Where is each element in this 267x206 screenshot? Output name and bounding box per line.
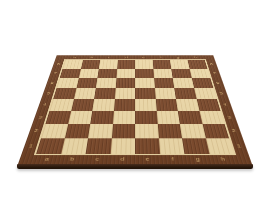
chess-board: aabbccddeeffgghh1122334455667788 [18,55,252,164]
square-h2[interactable] [202,124,229,138]
square-h8[interactable] [187,60,207,69]
file-label-bottom-e: e [135,155,160,163]
square-d1[interactable] [110,138,135,154]
square-h3[interactable] [199,111,224,124]
square-b6[interactable] [76,78,97,88]
file-label-bottom-d: d [110,155,135,163]
square-d4[interactable] [114,99,135,111]
square-e6[interactable] [135,78,155,88]
square-a7[interactable] [60,69,81,78]
square-d3[interactable] [113,111,135,124]
file-label-bottom-a: a [33,155,60,163]
square-f8[interactable] [152,60,171,69]
square-c7[interactable] [97,69,117,78]
square-c3[interactable] [90,111,113,124]
square-b4[interactable] [71,99,94,111]
square-e2[interactable] [135,124,158,138]
square-b1[interactable] [61,138,88,154]
square-c4[interactable] [92,99,114,111]
board-field [36,60,234,154]
square-f3[interactable] [156,111,179,124]
square-e5[interactable] [135,88,155,99]
square-a6[interactable] [57,78,79,88]
square-b8[interactable] [81,60,100,69]
square-h4[interactable] [196,99,220,111]
square-a3[interactable] [45,111,70,124]
square-h7[interactable] [189,69,210,78]
square-f6[interactable] [154,78,174,88]
square-b7[interactable] [79,69,99,78]
square-f2[interactable] [157,124,182,138]
square-g8[interactable] [170,60,189,69]
square-e3[interactable] [135,111,157,124]
square-d2[interactable] [112,124,135,138]
square-f7[interactable] [153,69,173,78]
board-edge [17,164,253,169]
square-b5[interactable] [74,88,96,99]
square-d7[interactable] [116,69,135,78]
square-d5[interactable] [115,88,135,99]
square-f5[interactable] [155,88,176,99]
square-g4[interactable] [176,99,199,111]
square-c1[interactable] [86,138,112,154]
square-g7[interactable] [171,69,191,78]
square-d8[interactable] [117,60,135,69]
square-c8[interactable] [99,60,118,69]
square-a4[interactable] [50,99,74,111]
board-inlay [34,59,236,155]
square-e8[interactable] [135,60,153,69]
file-label-bottom-f: f [160,155,186,163]
file-label-bottom-h: h [209,155,236,163]
square-a5[interactable] [53,88,76,99]
file-label-bottom-g: g [185,155,212,163]
square-h6[interactable] [191,78,213,88]
square-f1[interactable] [158,138,184,154]
square-d6[interactable] [115,78,135,88]
square-f4[interactable] [155,99,177,111]
square-c6[interactable] [96,78,116,88]
square-c2[interactable] [88,124,113,138]
square-e1[interactable] [135,138,160,154]
square-e4[interactable] [135,99,156,111]
square-e7[interactable] [135,69,154,78]
square-g6[interactable] [173,78,194,88]
square-a8[interactable] [63,60,83,69]
file-label-bottom-c: c [84,155,110,163]
square-c5[interactable] [94,88,115,99]
square-g5[interactable] [174,88,196,99]
square-b3[interactable] [68,111,92,124]
file-label-bottom-b: b [59,155,86,163]
square-g2[interactable] [180,124,206,138]
square-b2[interactable] [65,124,91,138]
square-h5[interactable] [194,88,217,99]
square-h1[interactable] [205,138,233,154]
chessboard-photo: aabbccddeeffgghh1122334455667788 [0,0,267,206]
square-g3[interactable] [178,111,202,124]
board-frame: aabbccddeeffgghh1122334455667788 [18,55,252,164]
